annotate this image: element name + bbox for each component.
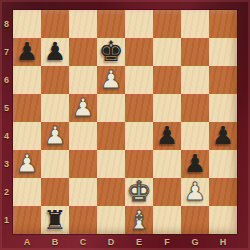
black-rook-icon[interactable]: ♜ xyxy=(41,206,69,234)
file-label-a: A xyxy=(13,234,41,250)
square-f4[interactable]: ♟ xyxy=(153,122,181,150)
square-b3[interactable] xyxy=(41,150,69,178)
black-pawn-icon[interactable]: ♟ xyxy=(41,38,69,66)
square-a4[interactable] xyxy=(13,122,41,150)
file-label-c: C xyxy=(69,234,97,250)
square-f2[interactable] xyxy=(153,178,181,206)
square-d5[interactable] xyxy=(97,94,125,122)
square-b6[interactable] xyxy=(41,66,69,94)
white-pawn-icon[interactable]: ♟ xyxy=(181,178,209,206)
black-king-icon[interactable]: ♚ xyxy=(97,38,125,66)
square-d1[interactable] xyxy=(97,206,125,234)
square-a1[interactable] xyxy=(13,206,41,234)
square-e3[interactable] xyxy=(125,150,153,178)
file-label-f: F xyxy=(153,234,181,250)
square-h7[interactable] xyxy=(209,38,237,66)
white-pawn-icon[interactable]: ♟ xyxy=(41,122,69,150)
black-pawn-icon[interactable]: ♟ xyxy=(153,122,181,150)
square-c3[interactable] xyxy=(69,150,97,178)
square-a7[interactable]: ♟ xyxy=(13,38,41,66)
rank-label-7: 7 xyxy=(0,38,13,66)
rank-label-5: 5 xyxy=(0,94,13,122)
square-c7[interactable] xyxy=(69,38,97,66)
square-a5[interactable] xyxy=(13,94,41,122)
square-f6[interactable] xyxy=(153,66,181,94)
square-c6[interactable] xyxy=(69,66,97,94)
square-g6[interactable] xyxy=(181,66,209,94)
white-pawn-icon[interactable]: ♟ xyxy=(97,66,125,94)
square-c2[interactable] xyxy=(69,178,97,206)
square-f7[interactable] xyxy=(153,38,181,66)
square-e5[interactable] xyxy=(125,94,153,122)
square-b5[interactable] xyxy=(41,94,69,122)
white-pawn-icon[interactable]: ♟ xyxy=(69,94,97,122)
square-b2[interactable] xyxy=(41,178,69,206)
square-h1[interactable] xyxy=(209,206,237,234)
square-h2[interactable] xyxy=(209,178,237,206)
square-h6[interactable] xyxy=(209,66,237,94)
square-f8[interactable] xyxy=(153,10,181,38)
square-d3[interactable] xyxy=(97,150,125,178)
square-e6[interactable] xyxy=(125,66,153,94)
white-bishop-icon[interactable]: ♝ xyxy=(125,206,153,234)
chess-board: ♟♟♚♟♟♟♟♟♟♟♚♟♜♝ xyxy=(13,10,237,234)
square-b7[interactable]: ♟ xyxy=(41,38,69,66)
square-h8[interactable] xyxy=(209,10,237,38)
square-d4[interactable] xyxy=(97,122,125,150)
square-a6[interactable] xyxy=(13,66,41,94)
white-king-icon[interactable]: ♚ xyxy=(125,178,153,206)
square-g5[interactable] xyxy=(181,94,209,122)
file-label-g: G xyxy=(181,234,209,250)
square-g3[interactable]: ♟ xyxy=(181,150,209,178)
square-f5[interactable] xyxy=(153,94,181,122)
square-e1[interactable]: ♝ xyxy=(125,206,153,234)
square-d2[interactable] xyxy=(97,178,125,206)
rank-label-2: 2 xyxy=(0,178,13,206)
square-d7[interactable]: ♚ xyxy=(97,38,125,66)
square-b1[interactable]: ♜ xyxy=(41,206,69,234)
rank-label-1: 1 xyxy=(0,206,13,234)
square-g8[interactable] xyxy=(181,10,209,38)
square-b8[interactable] xyxy=(41,10,69,38)
square-f3[interactable] xyxy=(153,150,181,178)
square-d6[interactable]: ♟ xyxy=(97,66,125,94)
square-c5[interactable]: ♟ xyxy=(69,94,97,122)
square-g2[interactable]: ♟ xyxy=(181,178,209,206)
black-pawn-icon[interactable]: ♟ xyxy=(209,122,237,150)
rank-label-8: 8 xyxy=(0,10,13,38)
square-c8[interactable] xyxy=(69,10,97,38)
rank-label-4: 4 xyxy=(0,122,13,150)
square-h3[interactable] xyxy=(209,150,237,178)
square-d8[interactable] xyxy=(97,10,125,38)
white-pawn-icon[interactable]: ♟ xyxy=(13,150,41,178)
square-e7[interactable] xyxy=(125,38,153,66)
file-label-e: E xyxy=(125,234,153,250)
black-pawn-icon[interactable]: ♟ xyxy=(181,150,209,178)
file-label-d: D xyxy=(97,234,125,250)
black-pawn-icon[interactable]: ♟ xyxy=(13,38,41,66)
square-e2[interactable]: ♚ xyxy=(125,178,153,206)
square-c4[interactable] xyxy=(69,122,97,150)
rank-label-3: 3 xyxy=(0,150,13,178)
square-h4[interactable]: ♟ xyxy=(209,122,237,150)
square-a8[interactable] xyxy=(13,10,41,38)
square-g4[interactable] xyxy=(181,122,209,150)
square-g1[interactable] xyxy=(181,206,209,234)
square-h5[interactable] xyxy=(209,94,237,122)
square-e8[interactable] xyxy=(125,10,153,38)
square-e4[interactable] xyxy=(125,122,153,150)
rank-label-6: 6 xyxy=(0,66,13,94)
square-a3[interactable]: ♟ xyxy=(13,150,41,178)
chess-board-window: 87654321 ABCDEFGH ♟♟♚♟♟♟♟♟♟♟♚♟♜♝ xyxy=(0,0,250,250)
square-f1[interactable] xyxy=(153,206,181,234)
file-label-h: H xyxy=(209,234,237,250)
file-label-b: B xyxy=(41,234,69,250)
square-a2[interactable] xyxy=(13,178,41,206)
square-g7[interactable] xyxy=(181,38,209,66)
square-b4[interactable]: ♟ xyxy=(41,122,69,150)
square-c1[interactable] xyxy=(69,206,97,234)
